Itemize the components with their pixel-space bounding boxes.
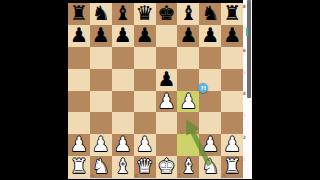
square-g3[interactable] (199, 112, 221, 134)
scrollbar-thumb[interactable] (247, 0, 251, 98)
square-b8[interactable]: ♞ (90, 3, 112, 25)
square-c2[interactable]: ♟ (112, 134, 134, 156)
rank-coordinate-6: 6 (240, 48, 246, 53)
piece-bP-d7[interactable]: ♟ (134, 25, 156, 47)
square-e8[interactable]: ♚ (156, 3, 178, 25)
piece-bP-a7[interactable]: ♟ (68, 25, 90, 47)
inaccuracy-badge: ?! (198, 83, 208, 93)
square-c6[interactable] (112, 47, 134, 69)
square-f5[interactable] (177, 69, 199, 91)
file-coordinate-g: g (200, 173, 206, 178)
square-d6[interactable] (134, 47, 156, 69)
piece-bB-f8[interactable]: ♝ (177, 3, 199, 25)
square-c7[interactable]: ♟ (112, 25, 134, 47)
square-b4[interactable] (90, 91, 112, 113)
rank-coordinate-1: 1 (240, 157, 246, 162)
piece-bR-a8[interactable]: ♜ (68, 3, 90, 25)
piece-bN-b8[interactable]: ♞ (90, 3, 112, 25)
square-g7[interactable]: ♟ (199, 25, 221, 47)
square-a6[interactable] (68, 47, 90, 69)
square-e2[interactable] (156, 134, 178, 156)
letterbox-left-bar (0, 0, 68, 180)
piece-bP-c7[interactable]: ♟ (112, 25, 134, 47)
square-a2[interactable]: ♟ (68, 134, 90, 156)
rank-coordinate-2: 2 (240, 135, 246, 140)
square-c8[interactable]: ♝ (112, 3, 134, 25)
rank-coordinate-5: 5 (240, 70, 246, 75)
square-a7[interactable]: ♟ (68, 25, 90, 47)
square-b7[interactable]: ♟ (90, 25, 112, 47)
piece-wP-d2[interactable]: ♟ (134, 134, 156, 156)
square-g4[interactable] (199, 91, 221, 113)
piece-bN-g8[interactable]: ♞ (199, 3, 221, 25)
square-e6[interactable] (156, 47, 178, 69)
piece-bP-g7[interactable]: ♟ (199, 25, 221, 47)
piece-bK-e8[interactable]: ♚ (156, 3, 178, 25)
square-c5[interactable] (112, 69, 134, 91)
square-d5[interactable] (134, 69, 156, 91)
square-d3[interactable] (134, 112, 156, 134)
piece-bP-e5[interactable]: ♟ (156, 69, 178, 91)
piece-wP-f4[interactable]: ♟ (177, 91, 199, 113)
file-coordinate-f: f (179, 173, 185, 178)
piece-wP-g2[interactable]: ♟ (199, 134, 221, 156)
piece-wP-b2[interactable]: ♟ (90, 134, 112, 156)
piece-wP-a2[interactable]: ♟ (68, 134, 90, 156)
square-a8[interactable]: ♜ (68, 3, 90, 25)
file-coordinate-c: c (113, 173, 119, 178)
square-a5[interactable] (68, 69, 90, 91)
square-e3[interactable] (156, 112, 178, 134)
square-c3[interactable] (112, 112, 134, 134)
rank-coordinate-4: 4 (240, 91, 246, 96)
piece-bP-b7[interactable]: ♟ (90, 25, 112, 47)
square-f6[interactable] (177, 47, 199, 69)
piece-bB-c8[interactable]: ♝ (112, 3, 134, 25)
square-b5[interactable] (90, 69, 112, 91)
square-b2[interactable]: ♟ (90, 134, 112, 156)
file-coordinate-d: d (135, 173, 141, 178)
rank-coordinate-8: 8 (240, 4, 246, 9)
piece-bQ-d8[interactable]: ♛ (134, 3, 156, 25)
square-f2[interactable] (177, 134, 199, 156)
square-e5[interactable]: ♟ (156, 69, 178, 91)
square-c4[interactable] (112, 91, 134, 113)
square-e4[interactable]: ♟ (156, 91, 178, 113)
file-coordinate-h: h (222, 173, 228, 178)
square-g2[interactable]: ♟ (199, 134, 221, 156)
piece-wP-c2[interactable]: ♟ (112, 134, 134, 156)
rank-coordinate-7: 7 (240, 26, 246, 31)
teal-marker (246, 28, 249, 36)
square-f4[interactable]: ♟ (177, 91, 199, 113)
square-a3[interactable] (68, 112, 90, 134)
square-g8[interactable]: ♞ (199, 3, 221, 25)
square-f8[interactable]: ♝ (177, 3, 199, 25)
square-d7[interactable]: ♟ (134, 25, 156, 47)
square-d8[interactable]: ♛ (134, 3, 156, 25)
letterbox-bottom-bar (68, 179, 252, 180)
square-e7[interactable] (156, 25, 178, 47)
file-coordinate-b: b (91, 173, 97, 178)
square-f7[interactable]: ♟ (177, 25, 199, 47)
piece-wP-e4[interactable]: ♟ (156, 91, 178, 113)
square-g6[interactable] (199, 47, 221, 69)
square-d4[interactable] (134, 91, 156, 113)
square-f3[interactable] (177, 112, 199, 134)
square-b3[interactable] (90, 112, 112, 134)
square-a4[interactable] (68, 91, 90, 113)
chess-board[interactable]: ♜♞♝♛♚♝♞♜♟♟♟♟♟♟♟♟♟♟♟♟♟♟♟♟♜♞♝♛♚♝♞♜ (68, 3, 243, 178)
piece-bP-f7[interactable]: ♟ (177, 25, 199, 47)
square-d2[interactable]: ♟ (134, 134, 156, 156)
square-b6[interactable] (90, 47, 112, 69)
letterbox-right-bar (252, 0, 320, 180)
rank-coordinate-3: 3 (240, 113, 246, 118)
file-coordinate-a: a (69, 173, 75, 178)
file-coordinate-e: e (157, 173, 163, 178)
